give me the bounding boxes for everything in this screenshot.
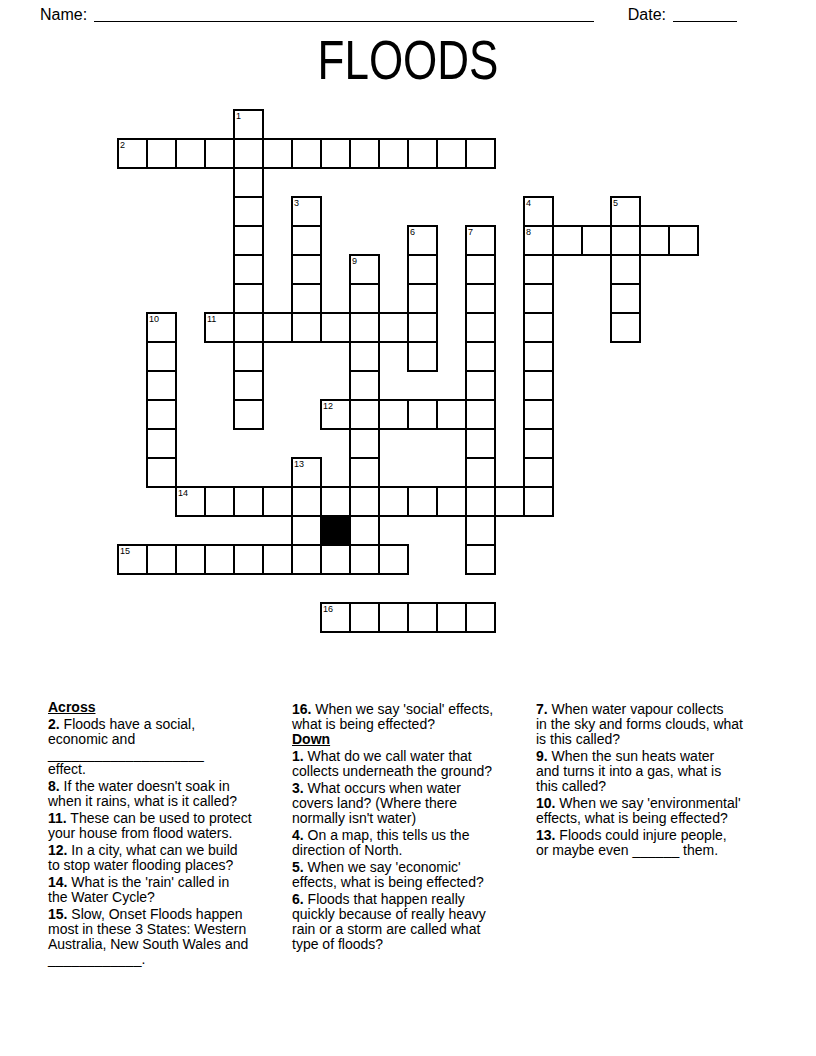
- cell-number-8: 8: [526, 228, 531, 237]
- clue-down-4-number: 4.: [292, 827, 304, 843]
- grid-cell-r1c7[interactable]: [320, 138, 351, 169]
- grid-cell-r15c4[interactable]: [233, 544, 264, 575]
- clue-down-6-number: 6.: [292, 891, 304, 907]
- cell-number-10: 10: [149, 315, 159, 324]
- clue-down-10: 10. When we say 'environmental' effects,…: [536, 796, 780, 826]
- clue-across-12-text: In a city, what can we build to stop wat…: [48, 842, 238, 873]
- clue-down-1-text: What do we call water that collects unde…: [292, 748, 492, 779]
- grid-cell-r13c3[interactable]: [204, 486, 235, 517]
- grid-cell-r17c10[interactable]: [407, 602, 438, 633]
- clue-down-3-number: 3.: [292, 780, 304, 796]
- grid-cell-r17c11[interactable]: [436, 602, 467, 633]
- grid-cell-r12c8[interactable]: [349, 457, 380, 488]
- grid-cell-r12c12[interactable]: [465, 457, 496, 488]
- cell-number-1: 1: [236, 112, 241, 121]
- grid-cell-r1c5[interactable]: [262, 138, 293, 169]
- grid-cell-r4c17[interactable]: [610, 225, 641, 256]
- clue-down-7-text: When water vapour collects in the sky an…: [536, 701, 743, 747]
- cell-number-16: 16: [323, 605, 333, 614]
- grid-cell-r17c8[interactable]: [349, 602, 380, 633]
- clue-across-16-text: When we say 'social' effects, what is be…: [292, 701, 493, 732]
- cell-number-13: 13: [294, 460, 304, 469]
- grid-cell-r4c4[interactable]: [233, 225, 264, 256]
- clue-across-2-text: Floods have a social, economic and _____…: [48, 716, 204, 777]
- clue-down-7: 7. When water vapour collects in the sky…: [536, 702, 780, 747]
- clue-down-3-text: What occurs when water covers land? (Whe…: [292, 780, 461, 826]
- grid-cell-r9c8[interactable]: [349, 370, 380, 401]
- clue-across-14: 14. What is the 'rain' called in the Wat…: [48, 875, 292, 905]
- clue-across-14-number: 14.: [48, 874, 67, 890]
- clue-column-2: 16. When we say 'social' effects, what i…: [292, 700, 536, 967]
- clue-lists: Across2. Floods have a social, economic …: [48, 700, 780, 967]
- grid-cell-r8c14[interactable]: [523, 341, 554, 372]
- grid-cell-r6c10[interactable]: [407, 283, 438, 314]
- cell-number-5: 5: [613, 199, 618, 208]
- grid-cell-r15c6[interactable]: [291, 544, 322, 575]
- grid-cell-r15c7[interactable]: [320, 544, 351, 575]
- grid-cell-r13c12[interactable]: [465, 486, 496, 517]
- grid-cell-r15c12[interactable]: [465, 544, 496, 575]
- grid-cell-r4c16[interactable]: [581, 225, 612, 256]
- grid-cell-r1c9[interactable]: [378, 138, 409, 169]
- cell-number-3: 3: [294, 199, 299, 208]
- grid-cell-r6c4[interactable]: [233, 283, 264, 314]
- clue-across-12: 12. In a city, what can we build to stop…: [48, 843, 292, 873]
- grid-cell-r9c12[interactable]: [465, 370, 496, 401]
- clue-down-6-text: Floods that happen really quickly becaus…: [292, 891, 486, 952]
- clue-down-9-number: 9.: [536, 748, 548, 764]
- grid-cell-r10c12[interactable]: [465, 399, 496, 430]
- grid-cell-r9c1[interactable]: [146, 370, 177, 401]
- grid-cell-r4c6[interactable]: [291, 225, 322, 256]
- clue-down-1-number: 1.: [292, 748, 304, 764]
- grid-cell-r1c10[interactable]: [407, 138, 438, 169]
- grid-cell-r7c8[interactable]: [349, 312, 380, 343]
- grid-cell-r13c8[interactable]: [349, 486, 380, 517]
- grid-cell-r13c5[interactable]: [262, 486, 293, 517]
- clue-down-5-number: 5.: [292, 859, 304, 875]
- grid-cell-r10c8[interactable]: [349, 399, 380, 430]
- grid-cell-r10c4[interactable]: [233, 399, 264, 430]
- black-cell: [320, 515, 351, 546]
- grid-cell-r17c12[interactable]: [465, 602, 496, 633]
- grid-cell-r15c5[interactable]: [262, 544, 293, 575]
- cell-number-7: 7: [468, 228, 473, 237]
- cell-number-9: 9: [352, 257, 357, 266]
- clue-across-14-text: What is the 'rain' called in the Water C…: [48, 874, 229, 905]
- cell-number-12: 12: [323, 402, 333, 411]
- grid-cell-r10c10[interactable]: [407, 399, 438, 430]
- clue-across-11: 11. These can be used to protect your ho…: [48, 811, 292, 841]
- grid-cell-r3c4[interactable]: [233, 196, 264, 227]
- grid-cell-r8c10[interactable]: [407, 341, 438, 372]
- grid-cell-r15c1[interactable]: [146, 544, 177, 575]
- worksheet-page: Name: Date: FLOODS 123456789101112131415…: [0, 0, 816, 1056]
- cell-number-4: 4: [526, 199, 531, 208]
- grid-cell-r2c4[interactable]: [233, 167, 264, 198]
- grid-cell-r4c19[interactable]: [668, 225, 699, 256]
- grid-cell-r7c14[interactable]: [523, 312, 554, 343]
- cell-number-11: 11: [207, 315, 216, 324]
- grid-cell-r6c12[interactable]: [465, 283, 496, 314]
- clue-down-13-number: 13.: [536, 827, 555, 843]
- grid-cell-r1c1[interactable]: [146, 138, 177, 169]
- grid-cell-r8c8[interactable]: [349, 341, 380, 372]
- across-heading: Across: [48, 700, 292, 715]
- grid-cell-r13c10[interactable]: [407, 486, 438, 517]
- clue-down-5-text: When we say 'economic' effects, what is …: [292, 859, 484, 890]
- grid-cell-r1c3[interactable]: [204, 138, 235, 169]
- grid-cell-r15c8[interactable]: [349, 544, 380, 575]
- grid-cell-r11c14[interactable]: [523, 428, 554, 459]
- clue-across-8-number: 8.: [48, 778, 60, 794]
- grid-cell-r15c2[interactable]: [175, 544, 206, 575]
- grid-cell-r13c11[interactable]: [436, 486, 467, 517]
- grid-cell-r11c8[interactable]: [349, 428, 380, 459]
- clue-down-6: 6. Floods that happen really quickly bec…: [292, 892, 536, 952]
- grid-cell-r5c4[interactable]: [233, 254, 264, 285]
- grid-cell-r6c8[interactable]: [349, 283, 380, 314]
- clue-down-9-text: When the sun heats water and turns it in…: [536, 748, 721, 794]
- grid-cell-r13c9[interactable]: [378, 486, 409, 517]
- grid-cell-r8c4[interactable]: [233, 341, 264, 372]
- grid-cell-r17c9[interactable]: [378, 602, 409, 633]
- clue-down-13: 13. Floods could injure people, or maybe…: [536, 828, 780, 858]
- grid-cell-r14c6[interactable]: [291, 515, 322, 546]
- clue-column-3: 7. When water vapour collects in the sky…: [536, 700, 780, 967]
- grid-cell-r5c17[interactable]: [610, 254, 641, 285]
- grid-cell-r4c15[interactable]: [552, 225, 583, 256]
- grid-cell-r9c14[interactable]: [523, 370, 554, 401]
- clue-down-3: 3. What occurs when water covers land? (…: [292, 781, 536, 826]
- grid-cell-r8c12[interactable]: [465, 341, 496, 372]
- grid-cell-r11c12[interactable]: [465, 428, 496, 459]
- clue-down-7-number: 7.: [536, 701, 548, 717]
- clue-down-9: 9. When the sun heats water and turns it…: [536, 749, 780, 794]
- grid-cell-r14c12[interactable]: [465, 515, 496, 546]
- clue-across-12-number: 12.: [48, 842, 67, 858]
- grid-cell-r1c4[interactable]: [233, 138, 264, 169]
- clue-down-4: 4. On a map, this tells us the direction…: [292, 828, 536, 858]
- grid-cell-r5c14[interactable]: [523, 254, 554, 285]
- grid-cell-r7c12[interactable]: [465, 312, 496, 343]
- grid-cell-r13c4[interactable]: [233, 486, 264, 517]
- clue-down-10-number: 10.: [536, 795, 555, 811]
- grid-cell-r12c14[interactable]: [523, 457, 554, 488]
- clue-down-4-text: On a map, this tells us the direction of…: [292, 827, 469, 858]
- grid-cell-r7c17[interactable]: [610, 312, 641, 343]
- grid-cell-r7c7[interactable]: [320, 312, 351, 343]
- grid-cell-r7c4[interactable]: [233, 312, 264, 343]
- clue-column-1: Across2. Floods have a social, economic …: [48, 700, 292, 967]
- grid-cell-r10c1[interactable]: [146, 399, 177, 430]
- clue-across-15-text: Slow, Onset Floods happen most in these …: [48, 906, 248, 967]
- grid-cell-r1c2[interactable]: [175, 138, 206, 169]
- grid-cell-r7c9[interactable]: [378, 312, 409, 343]
- grid-cell-r10c14[interactable]: [523, 399, 554, 430]
- grid-cell-r7c10[interactable]: [407, 312, 438, 343]
- clue-across-2-number: 2.: [48, 716, 60, 732]
- grid-cell-r10c9[interactable]: [378, 399, 409, 430]
- grid-cell-r5c10[interactable]: [407, 254, 438, 285]
- clue-across-16: 16. When we say 'social' effects, what i…: [292, 702, 536, 732]
- grid-cell-r6c17[interactable]: [610, 283, 641, 314]
- clue-down-13-text: Floods could injure people, or maybe eve…: [536, 827, 727, 858]
- cell-number-2: 2: [120, 141, 125, 150]
- grid-cell-r1c8[interactable]: [349, 138, 380, 169]
- grid-cell-r11c1[interactable]: [146, 428, 177, 459]
- cell-number-15: 15: [120, 547, 130, 556]
- grid-cell-r1c12[interactable]: [465, 138, 496, 169]
- clue-across-8-text: If the water doesn't soak in when it rai…: [48, 778, 237, 809]
- clue-across-8: 8. If the water doesn't soak in when it …: [48, 779, 292, 809]
- grid-cell-r8c1[interactable]: [146, 341, 177, 372]
- grid-cell-r12c1[interactable]: [146, 457, 177, 488]
- grid-cell-r5c12[interactable]: [465, 254, 496, 285]
- clue-down-1: 1. What do we call water that collects u…: [292, 749, 536, 779]
- clue-across-16-number: 16.: [292, 701, 311, 717]
- clue-across-15-number: 15.: [48, 906, 67, 922]
- clue-across-15: 15. Slow, Onset Floods happen most in th…: [48, 907, 292, 967]
- grid-cell-r6c6[interactable]: [291, 283, 322, 314]
- grid-cell-r13c14[interactable]: [523, 486, 554, 517]
- grid-cell-r1c6[interactable]: [291, 138, 322, 169]
- clue-down-5: 5. When we say 'economic' effects, what …: [292, 860, 536, 890]
- clue-across-11-number: 11.: [48, 810, 67, 826]
- clue-across-2: 2. Floods have a social, economic and __…: [48, 717, 292, 777]
- grid-cell-r13c6[interactable]: [291, 486, 322, 517]
- grid-cell-r15c9[interactable]: [378, 544, 409, 575]
- grid-cell-r14c8[interactable]: [349, 515, 380, 546]
- grid-cell-r4c18[interactable]: [639, 225, 670, 256]
- grid-cell-r9c4[interactable]: [233, 370, 264, 401]
- grid-cell-r15c3[interactable]: [204, 544, 235, 575]
- grid-cell-r7c5[interactable]: [262, 312, 293, 343]
- grid-cell-r1c11[interactable]: [436, 138, 467, 169]
- grid-cell-r5c6[interactable]: [291, 254, 322, 285]
- grid-cell-r13c7[interactable]: [320, 486, 351, 517]
- cell-number-14: 14: [178, 489, 188, 498]
- clue-across-11-text: These can be used to protect your house …: [48, 810, 252, 841]
- grid-cell-r7c6[interactable]: [291, 312, 322, 343]
- clue-down-10-text: When we say 'environmental' effects, wha…: [536, 795, 741, 826]
- cell-number-6: 6: [410, 228, 415, 237]
- grid-cell-r10c11[interactable]: [436, 399, 467, 430]
- down-heading: Down: [292, 732, 536, 747]
- grid-cell-r13c13[interactable]: [494, 486, 525, 517]
- grid-cell-r6c14[interactable]: [523, 283, 554, 314]
